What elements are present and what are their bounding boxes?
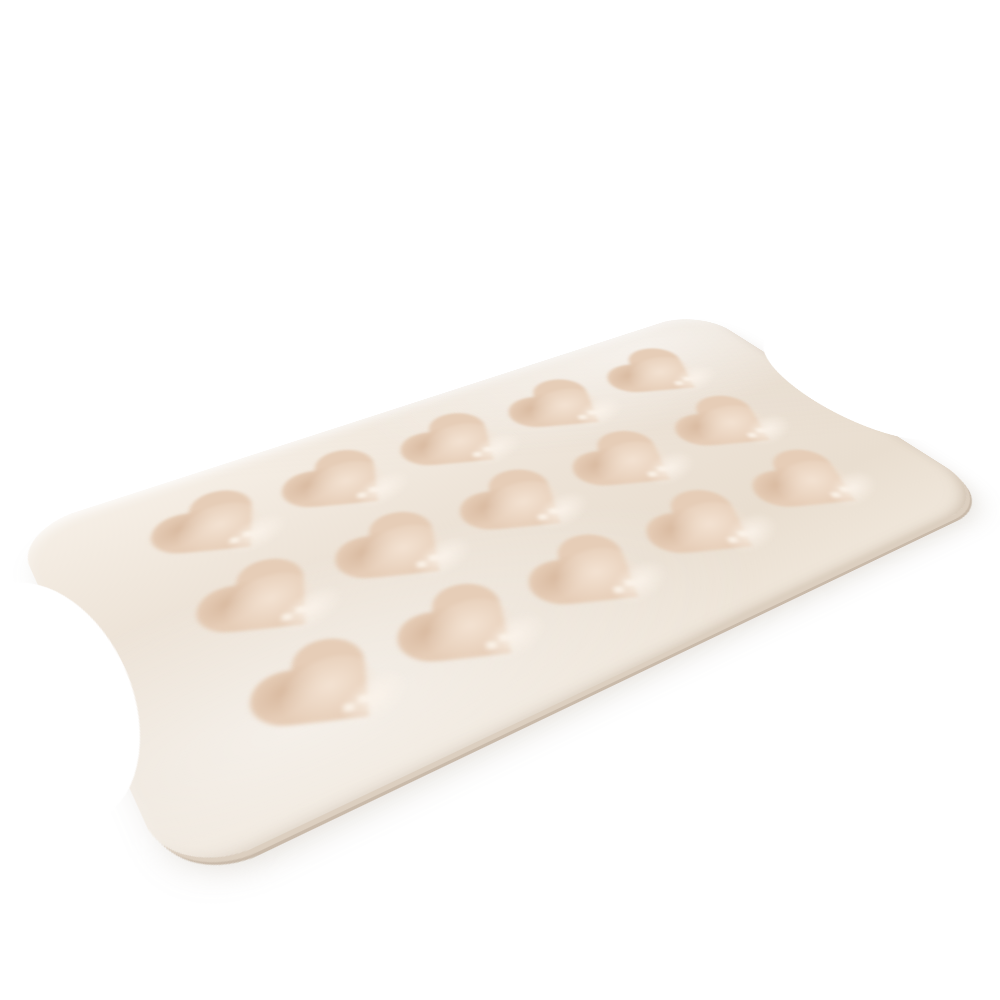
cavity-sparkle-facet bbox=[416, 561, 426, 568]
cavity-sparkle-facet bbox=[483, 446, 492, 451]
cavity-sparkle-facet bbox=[429, 554, 439, 561]
cavity-sparkle-facet bbox=[755, 428, 765, 433]
cavity-sparkle-facet bbox=[498, 633, 510, 641]
cavity-sparkle-facet bbox=[369, 486, 378, 492]
cavity-sparkle-facet bbox=[358, 694, 369, 703]
cavity-sparkle-facet bbox=[612, 586, 624, 593]
cavity-sparkle-facet bbox=[357, 492, 366, 498]
cavity-sparkle-facet bbox=[296, 605, 306, 613]
cavity-sparkle-facet bbox=[656, 466, 667, 472]
cavity-sparkle-facet bbox=[682, 376, 692, 381]
cavity-sparkle-facet bbox=[229, 537, 239, 544]
cavity-sparkle-facet bbox=[282, 613, 292, 621]
cavity-sparkle-facet bbox=[587, 410, 596, 415]
cavity-sparkle-facet bbox=[537, 514, 547, 520]
cavity-sparkle-facet bbox=[548, 508, 558, 514]
cavity-sparkle-facet bbox=[472, 452, 481, 458]
cavity-sparkle-facet bbox=[577, 415, 587, 420]
product-photo-scene bbox=[0, 0, 1000, 1000]
cavity-sparkle-facet bbox=[343, 703, 354, 712]
cavity-sparkle-facet bbox=[646, 471, 657, 477]
cavity-sparkle-facet bbox=[243, 530, 253, 537]
mold-tray bbox=[14, 311, 993, 886]
cavity-sparkle-facet bbox=[485, 641, 497, 649]
